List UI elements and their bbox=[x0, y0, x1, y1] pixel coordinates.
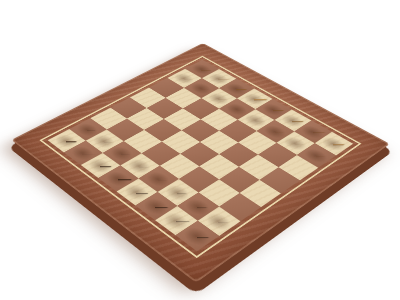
playing-area: ♜♞♝♚♛♝♞♜♟♟♟♟♟♟♟♟♟♟♟♟♟♟♟♟♜♞♝♚♛♝♞♜ bbox=[48, 60, 353, 251]
piece-white-pawn[interactable]: ♟ bbox=[303, 132, 329, 161]
piece-black-rook[interactable]: ♜ bbox=[177, 201, 215, 243]
chess-scene: ♜♞♝♚♛♝♞♜♟♟♟♟♟♟♟♟♟♟♟♟♟♟♟♟♜♞♝♚♛♝♞♜ bbox=[0, 0, 400, 292]
chess-board: ♜♞♝♚♛♝♞♜♟♟♟♟♟♟♟♟♟♟♟♟♟♟♟♟♜♞♝♚♛♝♞♜ bbox=[11, 43, 390, 283]
